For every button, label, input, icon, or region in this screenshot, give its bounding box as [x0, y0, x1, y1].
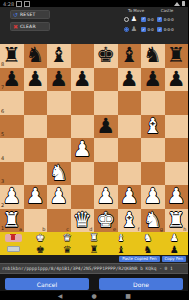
square-a8[interactable]: 8♜ — [0, 44, 24, 68]
rank-label: 1 — [1, 226, 4, 231]
rank-label: 7 — [1, 85, 4, 90]
white-n-piece[interactable]: ♞ — [49, 162, 68, 186]
square-a1[interactable]: 1a♜ — [0, 209, 24, 233]
square-f3[interactable] — [118, 162, 142, 186]
setup-controls: ↺ RESET ✖ CLEAR To Move Castle ♟ ✓ 0-0 ✓… — [0, 7, 188, 44]
white-b-piece[interactable]: ♝ — [120, 209, 139, 233]
square-d6[interactable] — [71, 91, 95, 115]
square-e6[interactable] — [94, 91, 118, 115]
file-label: a — [19, 227, 22, 232]
black-to-move-radio[interactable] — [124, 27, 129, 32]
palette-black-k[interactable]: ♚ — [27, 244, 54, 256]
square-c4[interactable] — [47, 138, 71, 162]
black-k-piece[interactable]: ♚ — [96, 44, 115, 68]
black-options-row: ♟ ✓ 0-0 ✓ 0-0-0 — [124, 25, 186, 34]
delete-piece-button[interactable] — [0, 232, 27, 244]
palette-black-r[interactable]: ♜ — [81, 244, 108, 256]
square-c2[interactable]: ♟ — [47, 185, 71, 209]
square-g6[interactable] — [141, 91, 165, 115]
recents-icon[interactable]: ■ — [123, 293, 133, 299]
empty-square-tool[interactable] — [0, 244, 27, 256]
black-p-icon: ♟ — [170, 244, 179, 255]
square-d8[interactable] — [71, 44, 95, 68]
square-a7[interactable]: 7♟ — [0, 68, 24, 92]
black-b-icon: ♝ — [116, 244, 125, 255]
fen-actions: Paste Copied Fen Copy Fen — [0, 255, 188, 263]
white-options-row: ♟ ✓ 0-0 ✓ 0-0-0 — [124, 15, 186, 24]
square-g2[interactable]: ♟ — [141, 185, 165, 209]
rank-label: 8 — [1, 62, 4, 67]
square-e2[interactable]: ♟ — [94, 185, 118, 209]
square-f2[interactable]: ♟ — [118, 185, 142, 209]
eraser-icon — [7, 246, 20, 252]
square-e7[interactable] — [94, 68, 118, 92]
palette-row-black: ♚♛♜♝♞♟ — [0, 244, 188, 256]
square-f7[interactable]: ♟ — [118, 68, 142, 92]
palette-black-n[interactable]: ♞ — [134, 244, 161, 256]
file-label: d — [89, 227, 92, 232]
clear-label: CLEAR — [20, 24, 36, 29]
square-f5[interactable] — [118, 115, 142, 139]
white-r-icon: ♜ — [90, 232, 99, 243]
square-b7[interactable]: ♟ — [24, 68, 48, 92]
castle-black-long-checkbox[interactable]: ✓ — [157, 27, 162, 32]
square-f1[interactable]: f♝ — [118, 209, 142, 233]
black-k-icon: ♚ — [36, 244, 45, 255]
reset-button[interactable]: ↺ RESET — [10, 10, 50, 19]
square-h1[interactable]: h♜ — [165, 209, 189, 233]
square-c6[interactable] — [47, 91, 71, 115]
palette-black-b[interactable]: ♝ — [107, 244, 134, 256]
palette-black-q[interactable]: ♛ — [54, 244, 81, 256]
square-d4[interactable]: ♟ — [71, 138, 95, 162]
square-d7[interactable]: ♟ — [71, 68, 95, 92]
square-a3[interactable]: 3 — [0, 162, 24, 186]
square-e3[interactable] — [94, 162, 118, 186]
palette-white-b[interactable]: ♝ — [107, 232, 134, 244]
black-p-piece[interactable]: ♟ — [73, 68, 92, 92]
white-p-piece[interactable]: ♟ — [120, 185, 139, 209]
square-h3[interactable] — [165, 162, 189, 186]
white-pawn-icon: ♟ — [131, 16, 138, 23]
palette-white-n[interactable]: ♞ — [134, 232, 161, 244]
square-d1[interactable]: d♛ — [71, 209, 95, 233]
piece-palette: ♚♛♜♝♞♟ ♚♛♜♝♞♟ — [0, 232, 188, 255]
square-c1[interactable]: c — [47, 209, 71, 233]
black-p-piece[interactable]: ♟ — [143, 68, 162, 92]
castle-white-long-label: 0-0-0 — [164, 17, 174, 22]
reset-label: RESET — [20, 12, 35, 17]
clear-icon: ✖ — [13, 24, 18, 30]
square-c5[interactable] — [47, 115, 71, 139]
dialog-buttons: Cancel Done — [0, 277, 188, 291]
file-label: e — [113, 227, 116, 232]
white-to-move-radio[interactable] — [124, 17, 129, 22]
trash-icon — [5, 234, 22, 242]
file-label: c — [66, 227, 69, 232]
square-h8[interactable]: ♜ — [165, 44, 189, 68]
square-g7[interactable]: ♟ — [141, 68, 165, 92]
check-icon: ✓ — [142, 17, 145, 21]
done-button[interactable]: Done — [99, 278, 183, 290]
board-editor-screen: 4:28 ↺ RESET ✖ CLEAR To Move Castle — [0, 0, 188, 300]
square-a2[interactable]: 2♟ — [0, 185, 24, 209]
white-p-piece[interactable]: ♟ — [96, 185, 115, 209]
black-n-icon: ♞ — [143, 244, 152, 255]
square-e5[interactable]: ♟ — [94, 115, 118, 139]
rank-label: 6 — [1, 109, 4, 114]
black-pawn-icon: ♟ — [131, 26, 138, 33]
notification-icon — [24, 1, 30, 7]
black-p-piece[interactable]: ♟ — [49, 68, 68, 92]
black-p-piece[interactable]: ♟ — [96, 115, 115, 139]
square-g4[interactable] — [141, 138, 165, 162]
chess-board: 8♜♞♝♚♝♞♜7♟♟♟♟♟♟♟65♟♝4♟3♞2♟♟♟♟♟♟♟1a♜bcd♛e… — [0, 44, 188, 232]
square-a6[interactable]: 6 — [0, 91, 24, 115]
black-p-piece[interactable]: ♟ — [2, 68, 21, 92]
square-b5[interactable] — [24, 115, 48, 139]
rank-label: 5 — [1, 132, 4, 137]
check-icon: ✓ — [158, 28, 161, 32]
file-label: h — [183, 227, 186, 232]
fen-input[interactable]: rnb1kbnr/pppp1ppp/8/4p1B1/3P4/2N5/PPP1PP… — [0, 263, 188, 274]
back-icon[interactable]: ◀ — [55, 293, 65, 299]
wifi-icon — [174, 2, 180, 6]
clock-time: 4:28 — [3, 1, 14, 7]
castle-black-short-checkbox[interactable]: ✓ — [141, 27, 146, 32]
white-p-piece[interactable]: ♟ — [49, 185, 68, 209]
square-a5[interactable]: 5 — [0, 115, 24, 139]
square-b3[interactable] — [24, 162, 48, 186]
castle-black-long-label: 0-0-0 — [164, 27, 174, 32]
black-r-icon: ♜ — [90, 244, 99, 255]
square-e8[interactable]: ♚ — [94, 44, 118, 68]
android-nav-bar: ◀ ● ■ — [0, 291, 188, 300]
square-d3[interactable] — [71, 162, 95, 186]
square-b4[interactable] — [24, 138, 48, 162]
home-icon[interactable]: ● — [89, 293, 99, 299]
square-g3[interactable] — [141, 162, 165, 186]
black-p-piece[interactable]: ♟ — [26, 68, 45, 92]
to-move-label: To Move — [124, 8, 148, 13]
black-n-piece[interactable]: ♞ — [143, 44, 162, 68]
castle-white-short-checkbox[interactable]: ✓ — [141, 17, 146, 22]
square-b8[interactable]: ♞ — [24, 44, 48, 68]
square-h7[interactable]: ♟ — [165, 68, 189, 92]
black-q-icon: ♛ — [63, 244, 72, 255]
black-r-piece[interactable]: ♜ — [2, 44, 21, 68]
rank-label: 4 — [1, 156, 4, 161]
palette-black-p[interactable]: ♟ — [161, 244, 188, 256]
square-f4[interactable] — [118, 138, 142, 162]
square-h4[interactable] — [165, 138, 189, 162]
white-p-piece[interactable]: ♟ — [143, 185, 162, 209]
square-g8[interactable]: ♞ — [141, 44, 165, 68]
castle-label: Castle — [148, 8, 186, 13]
white-p-piece[interactable]: ♟ — [167, 185, 186, 209]
square-h2[interactable]: ♟ — [165, 185, 189, 209]
square-d2[interactable] — [71, 185, 95, 209]
black-b-piece[interactable]: ♝ — [49, 44, 68, 68]
paste-fen-button[interactable]: Paste Copied Fen — [119, 256, 159, 262]
black-r-piece[interactable]: ♜ — [167, 44, 186, 68]
square-e1[interactable]: e♚ — [94, 209, 118, 233]
battery-icon — [182, 1, 185, 6]
square-g5[interactable]: ♝ — [141, 115, 165, 139]
clear-button[interactable]: ✖ CLEAR — [10, 22, 50, 31]
palette-white-q[interactable]: ♛ — [54, 232, 81, 244]
black-n-piece[interactable]: ♞ — [26, 44, 45, 68]
castle-white-short-label: 0-0 — [148, 17, 154, 22]
square-f8[interactable]: ♝ — [118, 44, 142, 68]
file-label: f — [138, 227, 140, 232]
black-p-piece[interactable]: ♟ — [167, 68, 186, 92]
square-c7[interactable]: ♟ — [47, 68, 71, 92]
palette-row-white: ♚♛♜♝♞♟ — [0, 232, 188, 244]
check-icon: ✓ — [158, 17, 161, 21]
white-p-piece[interactable]: ♟ — [73, 138, 92, 162]
square-f6[interactable] — [118, 91, 142, 115]
check-icon: ✓ — [142, 28, 145, 32]
copy-fen-button[interactable]: Copy Fen — [162, 256, 187, 262]
castle-black-short-label: 0-0 — [148, 27, 154, 32]
palette-white-k[interactable]: ♚ — [27, 232, 54, 244]
white-p-icon: ♟ — [170, 232, 179, 243]
white-b-piece[interactable]: ♝ — [143, 115, 162, 139]
square-c8[interactable]: ♝ — [47, 44, 71, 68]
white-q-icon: ♛ — [63, 232, 72, 243]
castle-white-long-checkbox[interactable]: ✓ — [157, 17, 162, 22]
square-a4[interactable]: 4 — [0, 138, 24, 162]
square-h5[interactable] — [165, 115, 189, 139]
square-b1[interactable]: b — [24, 209, 48, 233]
square-e4[interactable] — [94, 138, 118, 162]
palette-white-p[interactable]: ♟ — [161, 232, 188, 244]
square-c3[interactable]: ♞ — [47, 162, 71, 186]
white-p-piece[interactable]: ♟ — [2, 185, 21, 209]
cancel-button[interactable]: Cancel — [5, 278, 89, 290]
square-b6[interactable] — [24, 91, 48, 115]
palette-white-r[interactable]: ♜ — [81, 232, 108, 244]
file-label: g — [160, 227, 163, 232]
notification-icon — [16, 1, 22, 7]
black-b-piece[interactable]: ♝ — [120, 44, 139, 68]
rank-label: 2 — [1, 203, 4, 208]
reset-icon: ↺ — [13, 12, 18, 18]
square-b2[interactable]: ♟ — [24, 185, 48, 209]
square-g1[interactable]: g♞ — [141, 209, 165, 233]
square-d5[interactable] — [71, 115, 95, 139]
white-p-piece[interactable]: ♟ — [26, 185, 45, 209]
white-b-icon: ♝ — [116, 232, 125, 243]
file-label: b — [42, 227, 45, 232]
white-n-icon: ♞ — [143, 232, 152, 243]
status-bar: 4:28 — [0, 0, 188, 7]
black-p-piece[interactable]: ♟ — [120, 68, 139, 92]
square-h6[interactable] — [165, 91, 189, 115]
white-k-icon: ♚ — [36, 232, 45, 243]
